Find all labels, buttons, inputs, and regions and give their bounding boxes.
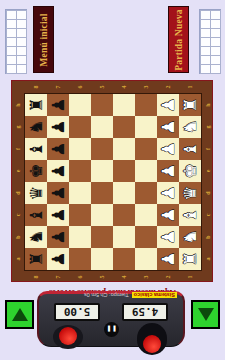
white-pawn-icon: ♟ — [157, 229, 179, 244]
green-up-button[interactable] — [5, 300, 34, 329]
square-a6[interactable] — [69, 248, 91, 270]
score-sheet-right — [199, 9, 221, 74]
clock-plunger-pressed[interactable] — [53, 325, 83, 349]
square-b6[interactable] — [69, 226, 91, 248]
square-g2[interactable]: ♟ — [157, 116, 179, 138]
square-h7[interactable]: ♟ — [47, 94, 69, 116]
plunger-cap-icon — [59, 327, 77, 345]
square-e8[interactable]: ♚ — [25, 160, 47, 182]
white-rook-icon: ♜ — [179, 97, 201, 112]
black-pawn-icon: ♟ — [47, 97, 69, 112]
square-c6[interactable] — [69, 204, 91, 226]
square-h4[interactable] — [113, 94, 135, 116]
black-rook-icon: ♜ — [25, 251, 47, 266]
square-b7[interactable]: ♟ — [47, 226, 69, 248]
square-c7[interactable]: ♟ — [47, 204, 69, 226]
square-e6[interactable] — [69, 160, 91, 182]
chess-board: 87654321 87654321 hgfedcba hgfedcba ♜♟♟♜… — [11, 80, 213, 282]
square-a8[interactable]: ♜ — [25, 248, 47, 270]
black-pawn-icon: ♟ — [47, 207, 69, 222]
square-g3[interactable] — [135, 116, 157, 138]
square-b8[interactable]: ♞ — [25, 226, 47, 248]
clock-time-left: 5.00 — [64, 306, 91, 319]
pause-icon: ❚❚ — [106, 326, 117, 333]
square-f5[interactable] — [91, 138, 113, 160]
menu-button[interactable]: Menú inicial — [33, 6, 54, 73]
square-b2[interactable]: ♟ — [157, 226, 179, 248]
square-g6[interactable] — [69, 116, 91, 138]
white-pawn-icon: ♟ — [157, 185, 179, 200]
square-e4[interactable] — [113, 160, 135, 182]
new-game-button-label: Partida Nueva — [174, 9, 184, 70]
white-king-icon: ♚ — [179, 163, 201, 178]
square-a3[interactable] — [135, 248, 157, 270]
black-bishop-icon: ♝ — [25, 207, 47, 222]
white-bishop-icon: ♝ — [179, 141, 201, 156]
app-screen: Menú inicial Partida Nueva 87654321 8765… — [0, 0, 225, 360]
white-pawn-icon: ♟ — [157, 251, 179, 266]
triangle-up-icon — [12, 308, 28, 321]
square-a5[interactable] — [91, 248, 113, 270]
square-a1[interactable]: ♜ — [179, 248, 201, 270]
new-game-button[interactable]: Partida Nueva — [168, 6, 189, 73]
square-a7[interactable]: ♟ — [47, 248, 69, 270]
clock-plunger-raised[interactable] — [137, 323, 167, 355]
square-d7[interactable]: ♟ — [47, 182, 69, 204]
triangle-down-icon — [198, 308, 214, 321]
white-pawn-icon: ♟ — [157, 163, 179, 178]
rank-labels-bottom: 87654321 — [25, 272, 201, 282]
square-f3[interactable] — [135, 138, 157, 160]
chess-clock: ❚❚ 4.59 5.00 Sistema clásico Tiempo: Ch … — [37, 290, 185, 353]
black-pawn-icon: ♟ — [47, 229, 69, 244]
black-pawn-icon: ♟ — [47, 251, 69, 266]
file-labels-right: hgfedcba — [203, 94, 213, 270]
square-d6[interactable] — [69, 182, 91, 204]
white-queen-icon: ♛ — [179, 185, 201, 200]
square-e1[interactable]: ♚ — [179, 160, 201, 182]
black-pawn-icon: ♟ — [47, 119, 69, 134]
square-d5[interactable] — [91, 182, 113, 204]
black-queen-icon: ♛ — [25, 185, 47, 200]
rank-labels-top: 87654321 — [25, 82, 201, 92]
score-sheet-left — [5, 9, 27, 74]
square-c1[interactable]: ♝ — [179, 204, 201, 226]
square-e7[interactable]: ♟ — [47, 160, 69, 182]
square-d4[interactable] — [113, 182, 135, 204]
white-pawn-icon: ♟ — [157, 207, 179, 222]
board-squares: ♜♟♟♜♞♟♟♞♝♟♟♝♚♟♟♚♛♟♟♛♝♟♟♝♞♟♟♞♜♟♟♜ — [24, 93, 202, 271]
white-knight-icon: ♞ — [179, 119, 201, 134]
square-c5[interactable] — [91, 204, 113, 226]
white-pawn-icon: ♟ — [157, 141, 179, 156]
square-e2[interactable]: ♟ — [157, 160, 179, 182]
black-pawn-icon: ♟ — [47, 141, 69, 156]
system-label: Sistema clásico — [132, 292, 177, 298]
square-f1[interactable]: ♝ — [179, 138, 201, 160]
clock-display-left: 5.00 — [54, 303, 100, 321]
green-down-button[interactable] — [191, 300, 220, 329]
black-knight-icon: ♞ — [25, 229, 47, 244]
white-pawn-icon: ♟ — [157, 119, 179, 134]
score-cell — [210, 64, 221, 74]
square-h2[interactable]: ♟ — [157, 94, 179, 116]
square-a2[interactable]: ♟ — [157, 248, 179, 270]
square-g5[interactable] — [91, 116, 113, 138]
black-pawn-icon: ♟ — [47, 185, 69, 200]
white-pawn-icon: ♟ — [157, 97, 179, 112]
clock-time-right: 4.59 — [132, 306, 159, 319]
square-f4[interactable] — [113, 138, 135, 160]
square-d8[interactable]: ♛ — [25, 182, 47, 204]
black-knight-icon: ♞ — [25, 119, 47, 134]
clock-display-right: 4.59 — [122, 303, 168, 321]
white-knight-icon: ♞ — [179, 229, 201, 244]
square-h8[interactable]: ♜ — [25, 94, 47, 116]
square-h6[interactable] — [69, 94, 91, 116]
square-d3[interactable] — [135, 182, 157, 204]
score-cell — [16, 64, 27, 74]
square-h3[interactable] — [135, 94, 157, 116]
menu-button-label: Menú inicial — [39, 13, 49, 66]
white-bishop-icon: ♝ — [179, 207, 201, 222]
square-g4[interactable] — [113, 116, 135, 138]
black-king-icon: ♚ — [25, 163, 47, 178]
square-g8[interactable]: ♞ — [25, 116, 47, 138]
square-b3[interactable] — [135, 226, 157, 248]
square-b5[interactable] — [91, 226, 113, 248]
square-f8[interactable]: ♝ — [25, 138, 47, 160]
square-e5[interactable] — [91, 160, 113, 182]
square-c3[interactable] — [135, 204, 157, 226]
black-bishop-icon: ♝ — [25, 141, 47, 156]
time-setting-label: Tiempo: Ch 5m 0s — [84, 292, 129, 298]
plunger-cap-icon — [143, 335, 161, 353]
square-g1[interactable]: ♞ — [179, 116, 201, 138]
square-f6[interactable] — [69, 138, 91, 160]
square-d1[interactable]: ♛ — [179, 182, 201, 204]
square-c8[interactable]: ♝ — [25, 204, 47, 226]
file-labels-left: hgfedcba — [13, 94, 23, 270]
black-rook-icon: ♜ — [25, 97, 47, 112]
square-d2[interactable]: ♟ — [157, 182, 179, 204]
square-b4[interactable] — [113, 226, 135, 248]
white-rook-icon: ♜ — [179, 251, 201, 266]
black-pawn-icon: ♟ — [47, 163, 69, 178]
square-f7[interactable]: ♟ — [47, 138, 69, 160]
square-a4[interactable] — [113, 248, 135, 270]
square-g7[interactable]: ♟ — [47, 116, 69, 138]
pause-button[interactable]: ❚❚ — [104, 322, 119, 337]
square-c4[interactable] — [113, 204, 135, 226]
square-e3[interactable] — [135, 160, 157, 182]
square-f2[interactable]: ♟ — [157, 138, 179, 160]
clock-info-strip: Sistema clásico Tiempo: Ch 5m 0s — [84, 291, 177, 299]
square-b1[interactable]: ♞ — [179, 226, 201, 248]
square-h1[interactable]: ♜ — [179, 94, 201, 116]
square-c2[interactable]: ♟ — [157, 204, 179, 226]
square-h5[interactable] — [91, 94, 113, 116]
